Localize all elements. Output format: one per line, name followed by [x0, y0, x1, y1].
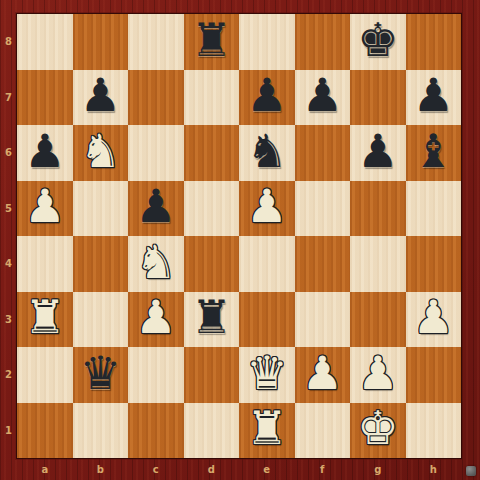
square-c2[interactable] [128, 347, 184, 403]
square-h1[interactable] [406, 403, 462, 459]
square-a7[interactable] [17, 70, 73, 126]
black-rook-piece: ♜ [191, 294, 232, 340]
square-d1[interactable] [184, 403, 240, 459]
square-e7[interactable]: ♟ [239, 70, 295, 126]
square-e6[interactable]: ♞ [239, 125, 295, 181]
white-knight-piece: ♞ [135, 239, 176, 285]
white-pawn-piece: ♟ [246, 183, 287, 229]
square-f3[interactable] [295, 292, 351, 348]
square-h7[interactable]: ♟ [406, 70, 462, 126]
rank-label-1: 1 [0, 403, 17, 459]
black-pawn-piece: ♟ [413, 72, 454, 118]
square-e5[interactable]: ♟ [239, 181, 295, 237]
black-rook-piece: ♜ [191, 17, 232, 63]
rank-label-6: 6 [0, 125, 17, 181]
rank-label-8: 8 [0, 14, 17, 70]
square-c1[interactable] [128, 403, 184, 459]
square-f4[interactable] [295, 236, 351, 292]
white-queen-piece: ♛ [246, 350, 287, 396]
square-g3[interactable] [350, 292, 406, 348]
square-g8[interactable]: ♚ [350, 14, 406, 70]
square-a8[interactable] [17, 14, 73, 70]
white-pawn-piece: ♟ [302, 350, 343, 396]
square-h6[interactable]: ♝ [406, 125, 462, 181]
square-e2[interactable]: ♛ [239, 347, 295, 403]
square-f5[interactable] [295, 181, 351, 237]
black-pawn-piece: ♟ [302, 72, 343, 118]
file-label-h: h [406, 458, 462, 480]
square-f7[interactable]: ♟ [295, 70, 351, 126]
square-c3[interactable]: ♟ [128, 292, 184, 348]
square-f8[interactable] [295, 14, 351, 70]
white-pawn-piece: ♟ [24, 183, 65, 229]
black-pawn-piece: ♟ [135, 183, 176, 229]
square-h5[interactable] [406, 181, 462, 237]
chess-board: ♜♚♟♟♟♟♟♞♞♟♝♟♟♟♞♜♟♜♟♛♛♟♟♜♚ [17, 14, 461, 458]
square-b8[interactable] [73, 14, 129, 70]
white-pawn-piece: ♟ [357, 350, 398, 396]
white-rook-piece: ♜ [246, 405, 287, 451]
square-a1[interactable] [17, 403, 73, 459]
square-d3[interactable]: ♜ [184, 292, 240, 348]
square-d5[interactable] [184, 181, 240, 237]
square-a2[interactable] [17, 347, 73, 403]
square-h3[interactable]: ♟ [406, 292, 462, 348]
file-label-f: f [295, 458, 351, 480]
square-g6[interactable]: ♟ [350, 125, 406, 181]
white-pawn-piece: ♟ [413, 294, 454, 340]
square-g5[interactable] [350, 181, 406, 237]
square-e4[interactable] [239, 236, 295, 292]
square-b3[interactable] [73, 292, 129, 348]
file-label-e: e [239, 458, 295, 480]
square-g7[interactable] [350, 70, 406, 126]
rank-label-2: 2 [0, 347, 17, 403]
black-queen-piece: ♛ [80, 350, 121, 396]
square-h8[interactable] [406, 14, 462, 70]
square-a3[interactable]: ♜ [17, 292, 73, 348]
square-g1[interactable]: ♚ [350, 403, 406, 459]
black-knight-piece: ♞ [246, 128, 287, 174]
white-king-piece: ♚ [357, 405, 398, 451]
black-king-piece: ♚ [357, 17, 398, 63]
white-rook-piece: ♜ [24, 294, 65, 340]
white-pawn-piece: ♟ [135, 294, 176, 340]
black-pawn-piece: ♟ [24, 128, 65, 174]
square-e3[interactable] [239, 292, 295, 348]
square-c4[interactable]: ♞ [128, 236, 184, 292]
rank-label-4: 4 [0, 236, 17, 292]
square-b4[interactable] [73, 236, 129, 292]
square-f2[interactable]: ♟ [295, 347, 351, 403]
square-h4[interactable] [406, 236, 462, 292]
file-label-g: g [350, 458, 406, 480]
square-e8[interactable] [239, 14, 295, 70]
square-g2[interactable]: ♟ [350, 347, 406, 403]
square-b7[interactable]: ♟ [73, 70, 129, 126]
square-h2[interactable] [406, 347, 462, 403]
square-a6[interactable]: ♟ [17, 125, 73, 181]
square-f1[interactable] [295, 403, 351, 459]
file-label-b: b [73, 458, 129, 480]
square-c8[interactable] [128, 14, 184, 70]
square-b6[interactable]: ♞ [73, 125, 129, 181]
rank-label-3: 3 [0, 292, 17, 348]
square-c7[interactable] [128, 70, 184, 126]
square-d2[interactable] [184, 347, 240, 403]
white-knight-piece: ♞ [80, 128, 121, 174]
file-label-a: a [17, 458, 73, 480]
square-d8[interactable]: ♜ [184, 14, 240, 70]
chess-board-frame: ♜♚♟♟♟♟♟♞♞♟♝♟♟♟♞♜♟♜♟♛♛♟♟♜♚ 87654321 abcde… [0, 0, 480, 480]
square-a5[interactable]: ♟ [17, 181, 73, 237]
rank-label-7: 7 [0, 70, 17, 126]
square-c6[interactable] [128, 125, 184, 181]
square-a4[interactable] [17, 236, 73, 292]
square-d4[interactable] [184, 236, 240, 292]
square-g4[interactable] [350, 236, 406, 292]
rank-label-5: 5 [0, 181, 17, 237]
square-d6[interactable] [184, 125, 240, 181]
black-pawn-piece: ♟ [80, 72, 121, 118]
square-b5[interactable] [73, 181, 129, 237]
square-b1[interactable] [73, 403, 129, 459]
file-label-d: d [184, 458, 240, 480]
square-d7[interactable] [184, 70, 240, 126]
black-bishop-piece: ♝ [413, 128, 454, 174]
side-to-move-indicator [466, 466, 476, 476]
square-e1[interactable]: ♜ [239, 403, 295, 459]
black-pawn-piece: ♟ [357, 128, 398, 174]
square-f6[interactable] [295, 125, 351, 181]
file-label-c: c [128, 458, 184, 480]
square-c5[interactable]: ♟ [128, 181, 184, 237]
square-b2[interactable]: ♛ [73, 347, 129, 403]
black-pawn-piece: ♟ [246, 72, 287, 118]
